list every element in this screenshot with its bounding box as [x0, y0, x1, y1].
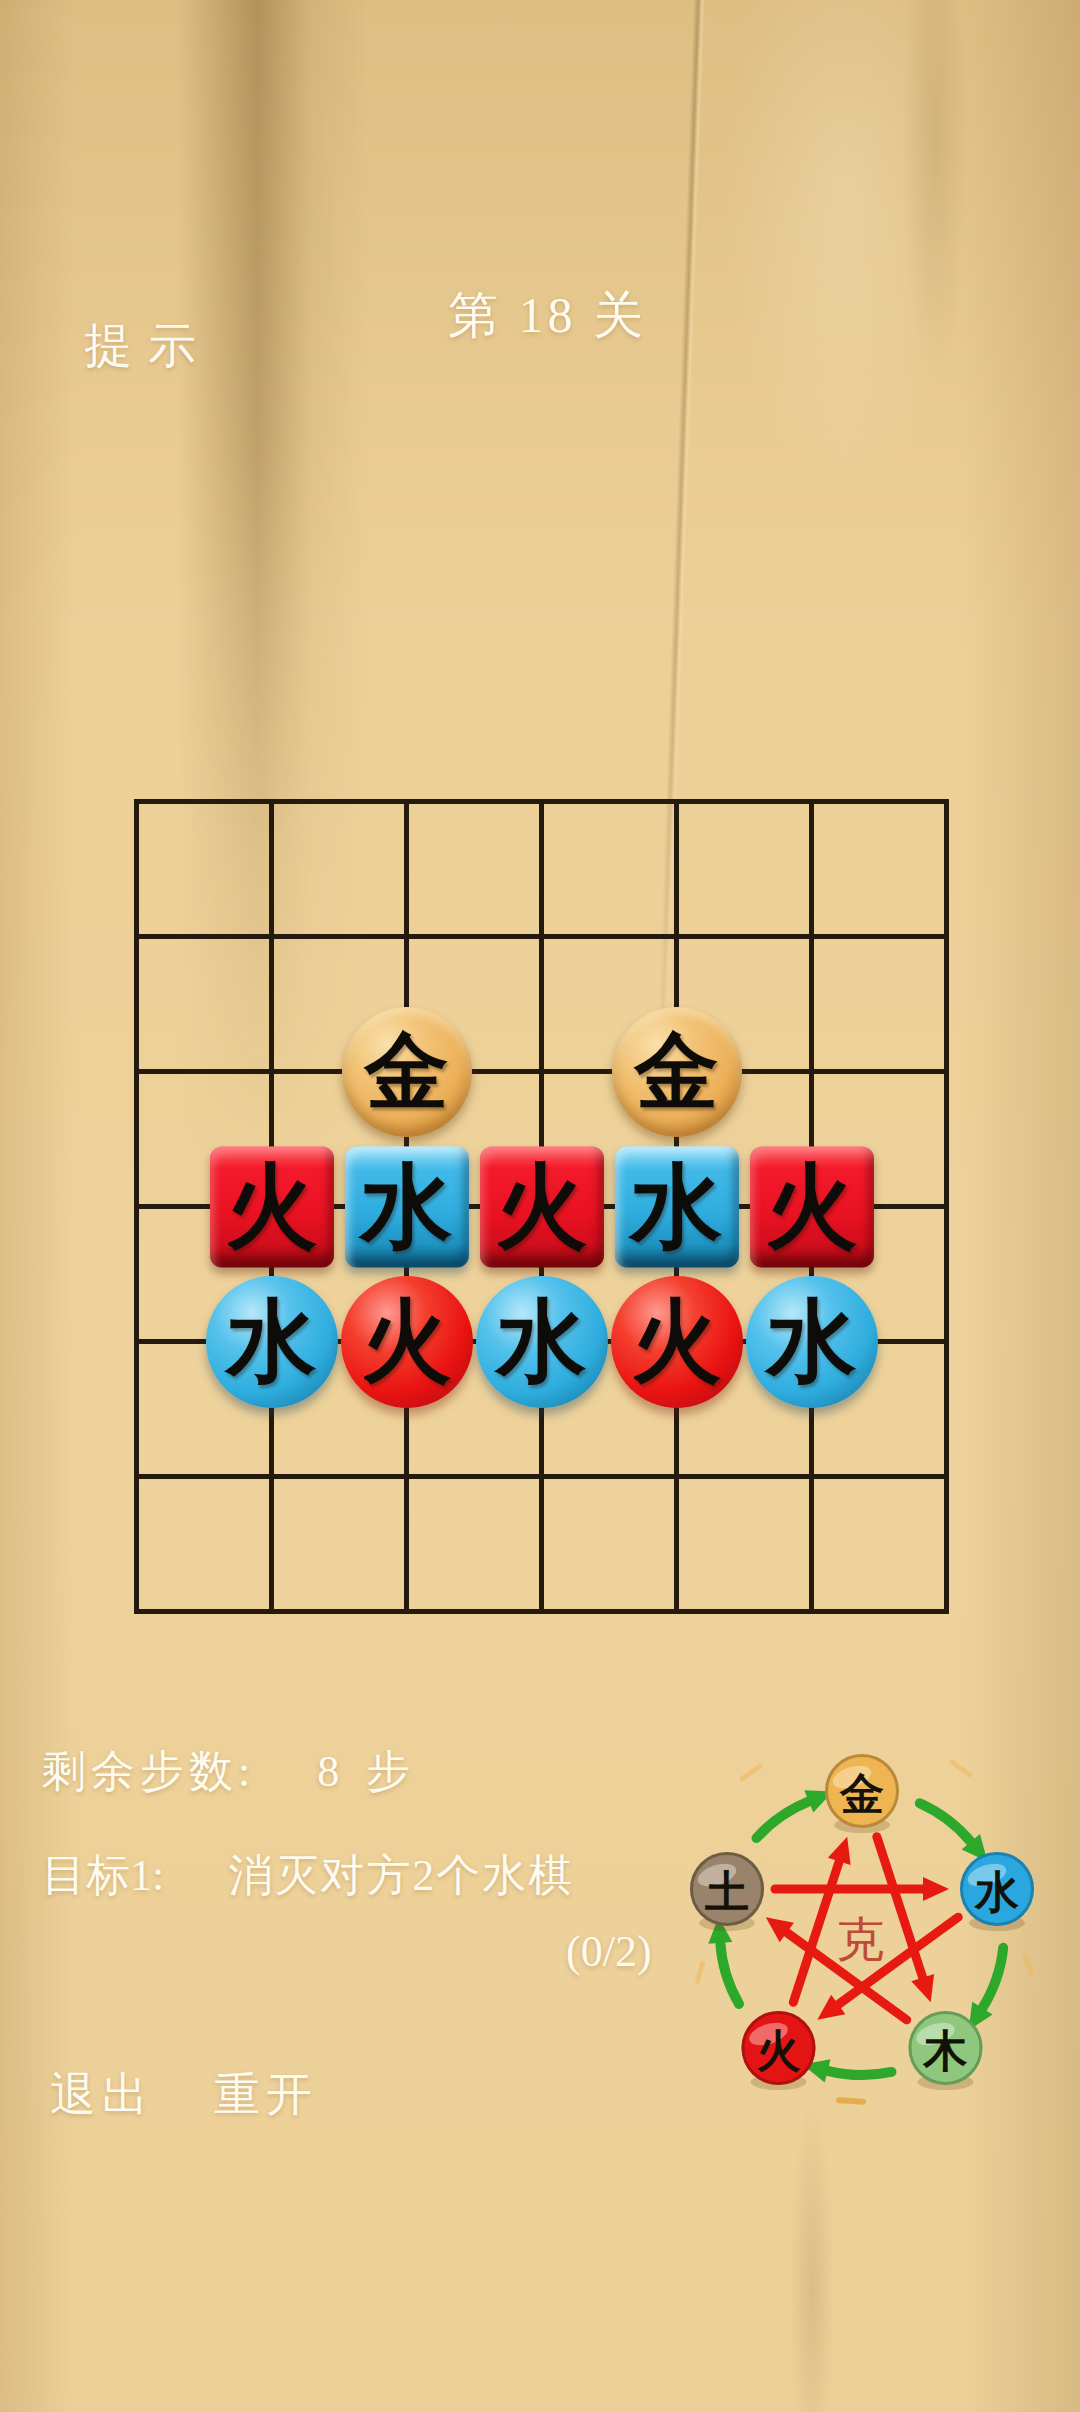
piece-water-r4c1[interactable]: 水 — [206, 1276, 338, 1408]
goal-label: 目标1: — [42, 1846, 164, 1905]
wuxing-label-earth: 土 — [705, 1868, 749, 1917]
level-title: 第 18 关 — [448, 282, 647, 349]
piece-fire-r3c5[interactable]: 火 — [750, 1146, 874, 1267]
wuxing-node-earth: 土 — [690, 1852, 764, 1931]
piece-glyph: 水 — [631, 1161, 723, 1253]
piece-fire-r3c1[interactable]: 火 — [210, 1146, 334, 1267]
piece-glyph: 火 — [632, 1297, 722, 1387]
piece-water-r3c2[interactable]: 水 — [345, 1146, 469, 1267]
wuxing-node-metal: 金 — [825, 1754, 899, 1833]
piece-glyph: 火 — [766, 1161, 858, 1253]
wuxing-label-metal: 金 — [839, 1770, 884, 1819]
piece-metal-r2c4[interactable]: 金 — [612, 1007, 742, 1137]
piece-glyph: 水 — [767, 1297, 857, 1387]
exit-button[interactable]: 退出 — [50, 2064, 154, 2126]
piece-glyph: 金 — [635, 1030, 719, 1114]
piece-fire-r4c2[interactable]: 火 — [341, 1276, 473, 1408]
piece-fire-r3c3[interactable]: 火 — [480, 1146, 604, 1267]
wuxing-node-fire: 火 — [742, 2011, 816, 2090]
piece-glyph: 火 — [362, 1297, 452, 1387]
piece-glyph: 火 — [226, 1161, 318, 1253]
wuxing-node-water: 水 — [960, 1852, 1034, 1931]
piece-glyph: 水 — [227, 1297, 317, 1387]
wuxing-label-water: 水 — [973, 1868, 1019, 1917]
wuxing-node-wood: 木 — [909, 2011, 983, 2090]
wuxing-label-wood: 木 — [923, 2027, 968, 2076]
piece-water-r4c3[interactable]: 水 — [476, 1276, 608, 1408]
board[interactable]: 金金火水火水火水火水火水 — [134, 799, 949, 1614]
piece-glyph: 火 — [496, 1161, 588, 1253]
piece-fire-r4c4[interactable]: 火 — [611, 1276, 743, 1408]
piece-water-r3c4[interactable]: 水 — [615, 1146, 739, 1267]
piece-water-r4c5[interactable]: 水 — [746, 1276, 878, 1408]
wuxing-center-label: 克 — [836, 1913, 884, 1966]
piece-glyph: 水 — [361, 1161, 453, 1253]
hint-button[interactable]: 提示 — [84, 314, 212, 378]
moves-value: 8 步 — [317, 1742, 418, 1801]
moves-label: 剩余步数: — [42, 1742, 255, 1801]
moves-remaining: 剩余步数: 8 步 — [42, 1742, 418, 1801]
piece-metal-r2c2[interactable]: 金 — [342, 1007, 472, 1137]
goal-progress: (0/2) — [566, 1926, 652, 1977]
wuxing-label-fire: 火 — [757, 2027, 801, 2076]
goal: 目标1: 消灭对方2个水棋 — [42, 1846, 574, 1905]
piece-glyph: 金 — [365, 1030, 449, 1114]
piece-glyph: 水 — [497, 1297, 587, 1387]
wuxing-cycle-diagram: 金 水 木 火 土 克 — [686, 1747, 1040, 2099]
restart-button[interactable]: 重开 — [214, 2064, 318, 2126]
goal-text: 消灭对方2个水棋 — [228, 1846, 574, 1905]
